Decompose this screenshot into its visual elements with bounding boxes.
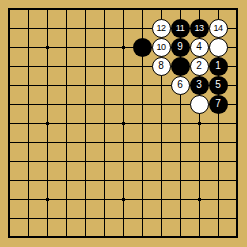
stone-black-setup	[133, 38, 152, 57]
stone-number: 7	[215, 99, 221, 109]
stone-black-move-5: 5	[209, 76, 228, 95]
stone-black-move-3: 3	[190, 76, 209, 95]
stone-number: 14	[213, 24, 222, 33]
stone-white-move-10: 10	[152, 38, 171, 57]
stone-number: 5	[215, 80, 221, 90]
stone-number: 6	[177, 80, 183, 90]
stone-black-move-7: 7	[209, 95, 228, 114]
stone-black-move-13: 13	[190, 19, 209, 38]
go-board-diagram: 1211131410948216357	[0, 0, 247, 247]
stone-number: 10	[156, 43, 165, 52]
stone-number: 9	[177, 42, 183, 52]
stone-black-move-9: 9	[171, 38, 190, 57]
stone-white-move-2: 2	[190, 57, 209, 76]
stone-white-setup	[209, 38, 228, 57]
stone-number: 13	[194, 24, 203, 33]
stone-black-move-11: 11	[171, 19, 190, 38]
stone-white-move-6: 6	[171, 76, 190, 95]
stone-black-move-1: 1	[209, 57, 228, 76]
stone-number: 1	[215, 61, 221, 71]
stone-number: 8	[158, 61, 164, 71]
stone-white-move-8: 8	[152, 57, 171, 76]
stone-white-move-14: 14	[209, 19, 228, 38]
stone-white-move-4: 4	[190, 38, 209, 57]
stone-black-setup	[171, 57, 190, 76]
stone-number: 11	[176, 24, 184, 33]
stone-white-setup	[190, 95, 209, 114]
stone-number: 3	[196, 80, 202, 90]
stones-layer: 1211131410948216357	[0, 0, 247, 247]
stone-number: 2	[196, 61, 202, 71]
stone-number: 4	[196, 42, 202, 52]
stone-white-move-12: 12	[152, 19, 171, 38]
stone-number: 12	[156, 24, 165, 33]
